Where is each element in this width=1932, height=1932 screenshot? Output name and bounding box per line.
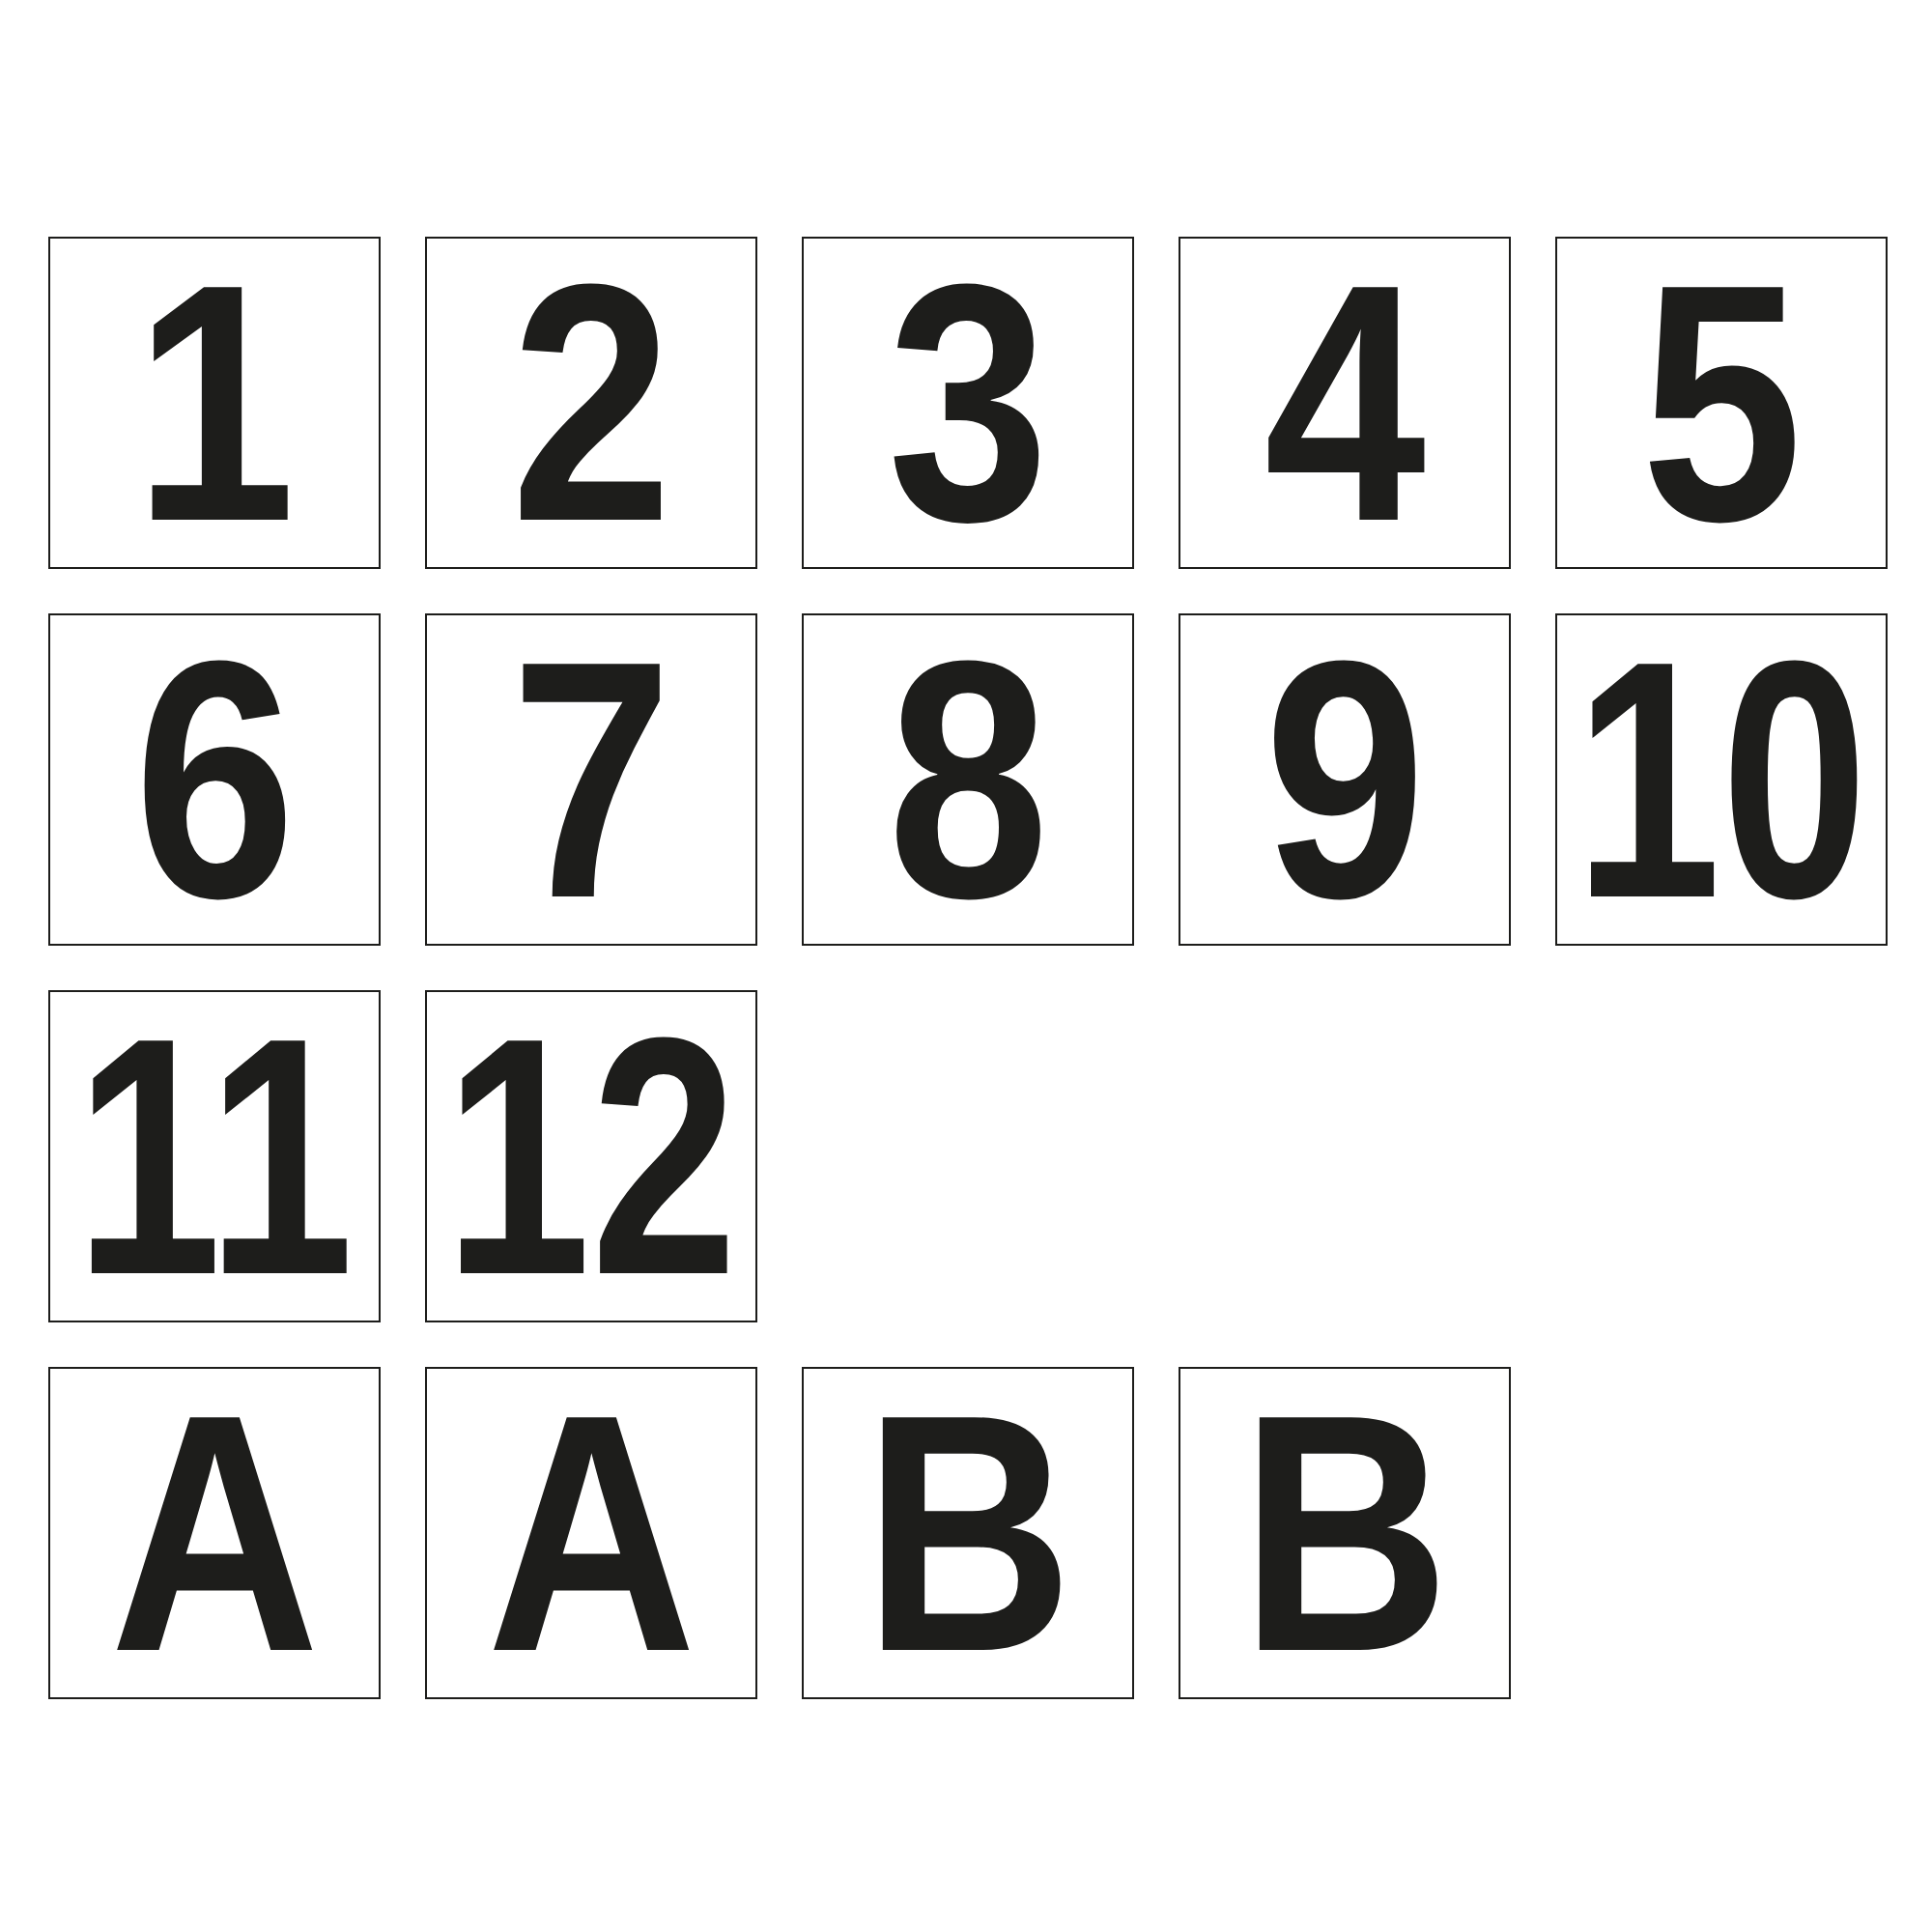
tile-label: 6 [133,613,295,946]
tile-label: B [1239,1367,1449,1699]
tile-label: A [109,1367,319,1699]
tile-label: B [863,1367,1072,1699]
tile-6-pos5: 6 [48,613,381,946]
tile-10-pos9: 10 [1555,613,1888,946]
tile-8-pos7: 8 [802,613,1134,946]
tile-12-pos11: 12 [425,990,757,1322]
tile-7-pos6: 7 [425,613,757,946]
tile-label: A [486,1367,696,1699]
tile-label: 2 [510,237,671,569]
tile-label: 8 [887,613,1048,946]
tile-a-pos16: A [425,1367,757,1699]
tile-3-pos2: 3 [802,237,1134,569]
tile-4-pos3: 4 [1179,237,1511,569]
tile-label: 3 [887,237,1048,569]
tile-label: 10 [1575,613,1868,946]
tile-label: 4 [1264,237,1425,569]
tile-b-pos17: B [802,1367,1134,1699]
tile-board: 123456789101112AABB [48,237,1888,1699]
tile-label: 5 [1640,237,1802,569]
tile-1-pos0: 1 [48,237,381,569]
tile-b-pos18: B [1179,1367,1511,1699]
tile-a-pos15: A [48,1367,381,1699]
tile-label: 12 [444,990,738,1322]
tile-2-pos1: 2 [425,237,757,569]
tile-label: 1 [133,237,295,569]
tile-label: 11 [75,990,355,1322]
tile-11-pos10: 11 [48,990,381,1322]
tile-5-pos4: 5 [1555,237,1888,569]
tile-9-pos8: 9 [1179,613,1511,946]
tile-label: 7 [510,613,671,946]
tile-label: 9 [1264,613,1425,946]
